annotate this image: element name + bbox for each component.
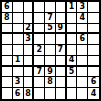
cell-r5c1[interactable]	[2, 45, 13, 56]
cell-r9c4[interactable]	[34, 88, 45, 99]
sudoku-board: 613874259362714795386684	[0, 0, 101, 101]
cell-r8c2: 3	[13, 77, 24, 88]
cell-r2c7[interactable]	[67, 13, 78, 24]
cell-r5c4: 2	[34, 45, 45, 56]
cell-r1c2[interactable]	[13, 2, 24, 13]
cell-r7c8[interactable]	[77, 67, 88, 78]
cell-r5c3[interactable]	[24, 45, 35, 56]
cell-r9c5[interactable]	[45, 88, 56, 99]
cell-r6c5[interactable]	[45, 56, 56, 67]
cell-r8c9: 6	[88, 77, 99, 88]
cell-r3c1[interactable]	[2, 24, 13, 35]
cell-r1c5[interactable]	[45, 2, 56, 13]
cell-r1c4[interactable]	[34, 2, 45, 13]
cell-r4c4[interactable]	[34, 34, 45, 45]
cell-r4c3: 3	[24, 34, 35, 45]
cell-r8c1[interactable]	[2, 77, 13, 88]
cell-r3c3: 2	[24, 24, 35, 35]
cell-r5c7[interactable]	[67, 45, 78, 56]
cell-r6c9[interactable]	[88, 56, 99, 67]
cell-r5c2[interactable]	[13, 45, 24, 56]
cell-r2c5: 7	[45, 13, 56, 24]
cell-r5c9[interactable]	[88, 45, 99, 56]
cell-r4c9[interactable]	[88, 34, 99, 45]
cell-r6c6[interactable]	[56, 56, 67, 67]
cell-r2c6[interactable]	[56, 13, 67, 24]
cell-r1c9[interactable]	[88, 2, 99, 13]
cell-r7c1[interactable]	[2, 67, 13, 78]
cell-r7c3[interactable]	[24, 67, 35, 78]
cell-r2c9[interactable]	[88, 13, 99, 24]
cell-r5c6: 7	[56, 45, 67, 56]
cell-r7c2[interactable]	[13, 67, 24, 78]
cell-r4c8: 6	[77, 34, 88, 45]
cell-r6c8[interactable]	[77, 56, 88, 67]
cell-r8c8[interactable]	[77, 77, 88, 88]
cell-r8c3[interactable]	[24, 77, 35, 88]
cell-r8c6[interactable]	[56, 77, 67, 88]
cell-r7c9[interactable]	[88, 67, 99, 78]
cell-r8c5: 8	[45, 77, 56, 88]
cell-r1c8: 3	[77, 2, 88, 13]
cell-r4c6[interactable]	[56, 34, 67, 45]
cell-r2c4[interactable]	[34, 13, 45, 24]
cell-r2c3[interactable]	[24, 13, 35, 24]
cell-r5c8[interactable]	[77, 45, 88, 56]
cell-r3c4[interactable]	[34, 24, 45, 35]
cell-r9c6[interactable]	[56, 88, 67, 99]
cell-r1c3[interactable]	[24, 2, 35, 13]
cell-r9c2: 6	[13, 88, 24, 99]
cell-r3c2[interactable]	[13, 24, 24, 35]
cell-r2c2[interactable]	[13, 13, 24, 24]
cell-r6c2: 1	[13, 56, 24, 67]
cell-r1c1: 6	[2, 2, 13, 13]
cell-r1c7: 1	[67, 2, 78, 13]
cell-r8c7[interactable]	[67, 77, 78, 88]
cell-r7c5: 9	[45, 67, 56, 78]
cell-r7c6[interactable]	[56, 67, 67, 78]
cell-r7c7: 5	[67, 67, 78, 78]
cell-r3c8[interactable]	[77, 24, 88, 35]
cell-r6c3[interactable]	[24, 56, 35, 67]
cell-r4c7[interactable]	[67, 34, 78, 45]
cell-r4c5[interactable]	[45, 34, 56, 45]
cell-r9c1[interactable]	[2, 88, 13, 99]
cell-r3c9[interactable]	[88, 24, 99, 35]
cell-r6c4[interactable]	[34, 56, 45, 67]
cell-r6c7: 4	[67, 56, 78, 67]
cell-r3c7[interactable]	[67, 24, 78, 35]
cell-r4c1[interactable]	[2, 34, 13, 45]
cell-r6c1[interactable]	[2, 56, 13, 67]
cell-r1c6[interactable]	[56, 2, 67, 13]
cell-r2c1: 8	[2, 13, 13, 24]
cell-r9c9: 4	[88, 88, 99, 99]
cell-r9c8[interactable]	[77, 88, 88, 99]
cell-r9c3: 8	[24, 88, 35, 99]
cell-r8c4[interactable]	[34, 77, 45, 88]
cell-r7c4: 7	[34, 67, 45, 78]
cell-r3c6: 9	[56, 24, 67, 35]
cell-r3c5: 5	[45, 24, 56, 35]
cell-r9c7[interactable]	[67, 88, 78, 99]
cell-r4c2[interactable]	[13, 34, 24, 45]
cell-r5c5[interactable]	[45, 45, 56, 56]
cell-r2c8: 4	[77, 13, 88, 24]
